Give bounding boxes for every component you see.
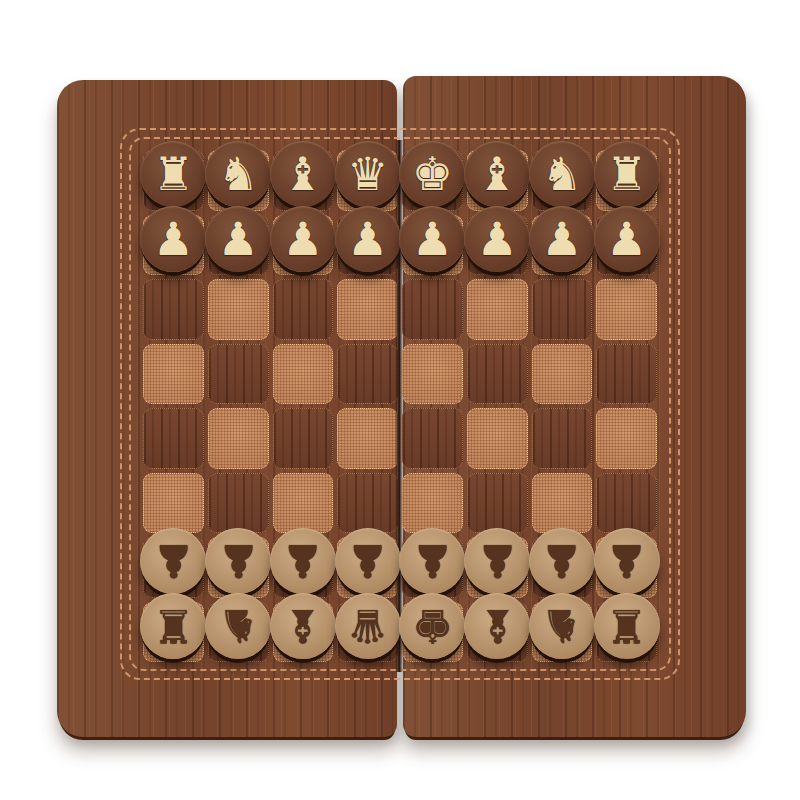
pawn-glyph: ♟ — [412, 538, 453, 584]
pawn-glyph: ♟ — [606, 216, 647, 262]
white-king-disc-r1c5[interactable]: ♚ — [399, 141, 465, 207]
white-knight-disc-r1c2[interactable]: ♞ — [205, 141, 271, 207]
king-glyph: ♚ — [412, 603, 453, 649]
pawn-glyph: ♟ — [541, 216, 582, 262]
rook-glyph: ♜ — [153, 151, 194, 197]
pawn-glyph: ♟ — [282, 538, 323, 584]
knight-glyph: ♞ — [218, 151, 259, 197]
white-pawn-disc-r2c6[interactable]: ♟ — [464, 206, 530, 272]
black-queen-disc-r8c4[interactable]: ♛ — [335, 593, 401, 659]
black-rook-disc-r8c8[interactable]: ♜ — [594, 593, 660, 659]
bishop-glyph: ♝ — [282, 151, 323, 197]
black-knight-disc-r8c7[interactable]: ♞ — [529, 593, 595, 659]
white-bishop-disc-r1c3[interactable]: ♝ — [270, 141, 336, 207]
product-photo-scene: ♜♞♝♛♚♝♞♜♟♟♟♟♟♟♟♟♟♟♟♟♟♟♟♟♜♞♝♛♚♝♞♜ — [0, 0, 800, 800]
black-pawn-disc-r7c3[interactable]: ♟ — [270, 528, 336, 594]
pawn-glyph: ♟ — [347, 538, 388, 584]
queen-glyph: ♛ — [347, 603, 388, 649]
white-pawn-disc-r2c4[interactable]: ♟ — [335, 206, 401, 272]
pawn-glyph: ♟ — [541, 538, 582, 584]
bishop-glyph: ♝ — [282, 603, 323, 649]
bishop-glyph: ♝ — [477, 151, 518, 197]
king-glyph: ♚ — [412, 151, 453, 197]
black-knight-disc-r8c2[interactable]: ♞ — [205, 593, 271, 659]
white-pawn-disc-r2c1[interactable]: ♟ — [140, 206, 206, 272]
white-rook-disc-r1c1[interactable]: ♜ — [140, 141, 206, 207]
black-bishop-disc-r8c3[interactable]: ♝ — [270, 593, 336, 659]
black-pawn-disc-r7c5[interactable]: ♟ — [399, 528, 465, 594]
pawn-glyph: ♟ — [282, 216, 323, 262]
pawn-glyph: ♟ — [347, 216, 388, 262]
white-knight-disc-r1c7[interactable]: ♞ — [529, 141, 595, 207]
black-pawn-disc-r7c1[interactable]: ♟ — [140, 528, 206, 594]
black-pawn-disc-r7c4[interactable]: ♟ — [335, 528, 401, 594]
white-pawn-disc-r2c2[interactable]: ♟ — [205, 206, 271, 272]
piece-layer: ♜♞♝♛♚♝♞♜♟♟♟♟♟♟♟♟♟♟♟♟♟♟♟♟♜♞♝♛♚♝♞♜ — [141, 148, 659, 664]
pawn-glyph: ♟ — [477, 538, 518, 584]
black-pawn-disc-r7c2[interactable]: ♟ — [205, 528, 271, 594]
pawn-glyph: ♟ — [153, 216, 194, 262]
white-bishop-disc-r1c6[interactable]: ♝ — [464, 141, 530, 207]
pawn-glyph: ♟ — [153, 538, 194, 584]
white-pawn-disc-r2c5[interactable]: ♟ — [399, 206, 465, 272]
pawn-glyph: ♟ — [218, 538, 259, 584]
black-pawn-disc-r7c8[interactable]: ♟ — [594, 528, 660, 594]
white-pawn-disc-r2c8[interactable]: ♟ — [594, 206, 660, 272]
pawn-glyph: ♟ — [218, 216, 259, 262]
pawn-glyph: ♟ — [477, 216, 518, 262]
black-pawn-disc-r7c6[interactable]: ♟ — [464, 528, 530, 594]
black-rook-disc-r8c1[interactable]: ♜ — [140, 593, 206, 659]
bishop-glyph: ♝ — [477, 603, 518, 649]
knight-glyph: ♞ — [218, 603, 259, 649]
black-king-disc-r8c5[interactable]: ♚ — [399, 593, 465, 659]
black-pawn-disc-r7c7[interactable]: ♟ — [529, 528, 595, 594]
white-pawn-disc-r2c3[interactable]: ♟ — [270, 206, 336, 272]
knight-glyph: ♞ — [541, 603, 582, 649]
white-rook-disc-r1c8[interactable]: ♜ — [594, 141, 660, 207]
rook-glyph: ♜ — [153, 603, 194, 649]
rook-glyph: ♜ — [606, 151, 647, 197]
white-queen-disc-r1c4[interactable]: ♛ — [335, 141, 401, 207]
white-pawn-disc-r2c7[interactable]: ♟ — [529, 206, 595, 272]
pawn-glyph: ♟ — [412, 216, 453, 262]
rook-glyph: ♜ — [606, 603, 647, 649]
pawn-glyph: ♟ — [606, 538, 647, 584]
knight-glyph: ♞ — [541, 151, 582, 197]
black-bishop-disc-r8c6[interactable]: ♝ — [464, 593, 530, 659]
queen-glyph: ♛ — [347, 151, 388, 197]
